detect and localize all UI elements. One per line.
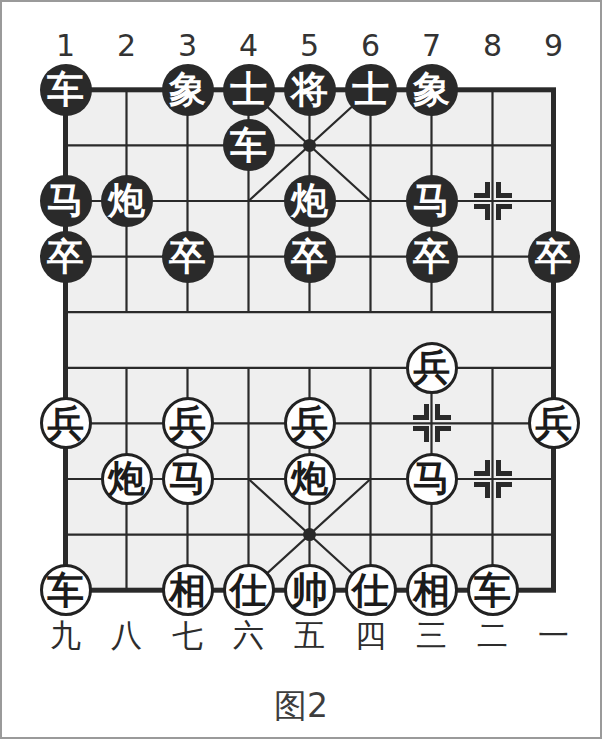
move-marker-corner — [474, 182, 490, 198]
white-soldier: 兵 — [162, 397, 214, 449]
white-chariot: 车 — [467, 564, 519, 616]
file-label: 五 — [279, 617, 340, 653]
white-horse: 马 — [162, 453, 214, 505]
figure-caption: 图2 — [2, 684, 600, 729]
move-marker — [474, 182, 512, 220]
white-soldier: 兵 — [528, 397, 580, 449]
move-marker — [413, 404, 451, 442]
black-advisor: 士 — [223, 64, 275, 116]
file-label: 九 — [35, 617, 96, 653]
move-marker-corner — [413, 404, 429, 420]
white-horse: 马 — [406, 453, 458, 505]
white-soldier: 兵 — [284, 397, 336, 449]
white-cannon: 炮 — [284, 453, 336, 505]
black-soldier: 卒 — [284, 231, 336, 283]
white-cannon: 炮 — [101, 453, 153, 505]
move-marker-corner — [496, 182, 512, 198]
black-general: 将 — [284, 64, 336, 116]
move-marker-corner — [435, 404, 451, 420]
move-marker-corner — [474, 482, 490, 498]
black-horse: 马 — [406, 175, 458, 227]
file-label: 二 — [462, 617, 523, 653]
move-marker-corner — [496, 204, 512, 220]
white-soldier: 兵 — [40, 397, 92, 449]
file-label: 四 — [340, 617, 401, 653]
board-grid: 车象士将士象车马炮炮马卒卒卒卒卒兵兵兵兵兵炮马炮马车相仕帅仕相车 — [35, 62, 584, 618]
black-chariot: 车 — [223, 119, 275, 171]
file-label: 七 — [157, 617, 218, 653]
black-soldier: 卒 — [162, 231, 214, 283]
move-marker-corner — [413, 426, 429, 442]
black-chariot: 车 — [40, 64, 92, 116]
move-marker — [474, 460, 512, 498]
black-soldier: 卒 — [528, 231, 580, 283]
black-cannon: 炮 — [101, 175, 153, 227]
file-label: 八 — [96, 617, 157, 653]
white-elephant: 相 — [406, 564, 458, 616]
file-label: 六 — [218, 617, 279, 653]
white-elephant: 相 — [162, 564, 214, 616]
move-marker-corner — [474, 204, 490, 220]
white-general: 帅 — [284, 564, 336, 616]
white-advisor: 仕 — [345, 564, 397, 616]
move-marker-corner — [474, 460, 490, 476]
move-marker-corner — [435, 426, 451, 442]
black-soldier: 卒 — [406, 231, 458, 283]
white-chariot: 车 — [40, 564, 92, 616]
file-label: 三 — [401, 617, 462, 653]
diagram-page: 123456789 车象士将士象车马炮炮马卒卒卒卒卒兵兵兵兵兵炮马炮马车相仕帅仕… — [0, 0, 602, 739]
black-elephant: 象 — [406, 64, 458, 116]
white-advisor: 仕 — [223, 564, 275, 616]
black-horse: 马 — [40, 175, 92, 227]
black-cannon: 炮 — [284, 175, 336, 227]
file-label: 一 — [523, 617, 584, 653]
black-advisor: 士 — [345, 64, 397, 116]
black-elephant: 象 — [162, 64, 214, 116]
white-soldier: 兵 — [406, 342, 458, 394]
move-marker-corner — [496, 460, 512, 476]
move-marker-corner — [496, 482, 512, 498]
black-soldier: 卒 — [40, 231, 92, 283]
bottom-file-numerals: 九八七六五四三二一 — [35, 617, 584, 653]
